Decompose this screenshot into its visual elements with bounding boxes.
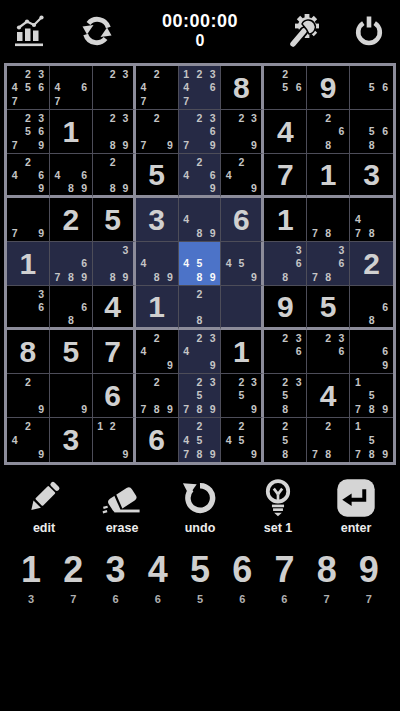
pencil-marks: 236: [308, 331, 348, 372]
digit-label: 7: [274, 551, 294, 589]
cell-value: 1: [307, 154, 349, 195]
pencil-icon: [21, 476, 67, 520]
pencil-marks: 289: [94, 155, 132, 194]
pencil-marks: 568: [351, 111, 392, 152]
cell-r4c1[interactable]: 79: [7, 198, 50, 242]
pencil-marks: 2469: [180, 155, 220, 194]
timer: 00:00:00: [145, 11, 255, 32]
cell-r7c6[interactable]: 1: [221, 330, 264, 374]
pencil-marks: 6789: [51, 243, 91, 284]
cell-r7c9[interactable]: 69: [350, 330, 393, 374]
refresh-button[interactable]: [79, 11, 115, 51]
cell-r5c8[interactable]: 3678: [307, 242, 350, 286]
cell-r2c5[interactable]: 23679: [179, 110, 222, 154]
cell-value: 9: [307, 66, 349, 109]
pencil-marks: 256: [265, 67, 305, 108]
cell-r5c6[interactable]: 459: [221, 242, 264, 286]
cell-value: 6: [93, 374, 133, 417]
cell-value: 1: [221, 330, 261, 373]
cell-r3c2[interactable]: 4689: [50, 154, 93, 198]
cell-r3c6[interactable]: 249: [221, 154, 264, 198]
cell-r6c3[interactable]: 4: [93, 286, 136, 330]
pencil-marks: 3678: [308, 243, 348, 284]
cell-r9c2[interactable]: 3: [50, 418, 93, 462]
cell-value: 3: [350, 154, 393, 195]
cell-r1c8[interactable]: 9: [307, 66, 350, 110]
cell-r1c2[interactable]: 467: [50, 66, 93, 110]
pencil-marks: 268: [308, 111, 348, 152]
cell-r6c2[interactable]: 68: [50, 286, 93, 330]
cell-r5c3[interactable]: 389: [93, 242, 136, 286]
edit-label: edit: [33, 521, 55, 535]
pencil-marks: 129: [94, 419, 132, 461]
remaining-count: 6: [281, 593, 287, 605]
cell-value: 4: [264, 110, 306, 153]
cell-value: 4: [93, 286, 133, 327]
edit-button[interactable]: edit: [10, 476, 78, 535]
cell-r9c7[interactable]: 258: [264, 418, 307, 462]
stats-button[interactable]: [13, 11, 49, 51]
pencil-marks: 2789: [137, 375, 177, 416]
cell-value: 2: [50, 198, 92, 241]
cell-r3c9[interactable]: 3: [350, 154, 393, 198]
cell-r3c8[interactable]: 1: [307, 154, 350, 198]
cell-value: 4: [307, 374, 349, 417]
cell-r7c7[interactable]: 236: [264, 330, 307, 374]
digit-button-3[interactable]: 36: [94, 551, 136, 605]
remaining-count: 7: [70, 593, 76, 605]
pencil-marks: 459: [222, 243, 260, 284]
pencil-marks: 23: [94, 67, 132, 108]
pencil-marks: 279: [137, 111, 177, 152]
cell-r1c9[interactable]: 56: [350, 66, 393, 110]
cell-r7c3[interactable]: 7: [93, 330, 136, 374]
pencil-marks: 258: [265, 419, 305, 461]
erase-label: erase: [106, 521, 139, 535]
cell-value: 1: [264, 198, 306, 241]
cell-r2c1[interactable]: 235679: [7, 110, 50, 154]
cell-value: 5: [136, 154, 178, 195]
cell-r5c5[interactable]: 4589: [179, 242, 222, 286]
pencil-marks: 235679: [8, 111, 48, 152]
cell-r4c7[interactable]: 1: [264, 198, 307, 242]
cell-r2c4[interactable]: 279: [136, 110, 179, 154]
undo-button[interactable]: undo: [166, 476, 234, 535]
pencil-marks: 478: [351, 199, 392, 240]
sudoku-board: 2345674672324712346782569562356791238927…: [4, 63, 396, 465]
timer-block: 00:00:00 0: [145, 11, 255, 50]
cell-r4c9[interactable]: 478: [350, 198, 393, 242]
cell-value: 5: [93, 198, 133, 241]
cell-r1c6[interactable]: 8: [221, 66, 264, 110]
cell-value: 6: [221, 198, 261, 241]
cell-r7c5[interactable]: 2349: [179, 330, 222, 374]
cell-r4c5[interactable]: 489: [179, 198, 222, 242]
cell-r8c2[interactable]: 9: [50, 374, 93, 418]
pencil-marks: 234567: [8, 67, 48, 108]
cell-r8c8[interactable]: 4: [307, 374, 350, 418]
enter-button[interactable]: enter: [322, 476, 390, 535]
top-bar: 00:00:00 0: [0, 0, 400, 62]
remaining-count: 3: [28, 593, 34, 605]
remaining-count: 5: [197, 593, 203, 605]
cell-r6c9[interactable]: 68: [350, 286, 393, 330]
pencil-marks: 79: [8, 199, 48, 240]
cell-value: 5: [50, 330, 92, 373]
cell-value: 1: [7, 242, 49, 285]
pencil-marks: 247: [137, 67, 177, 108]
pencil-marks: 78: [308, 199, 348, 240]
cell-r7c4[interactable]: 249: [136, 330, 179, 374]
cell-value: 5: [307, 286, 349, 327]
cell-r8c7[interactable]: 2358: [264, 374, 307, 418]
cell-value: 1: [136, 286, 178, 327]
digit-button-1[interactable]: 13: [10, 551, 52, 605]
cell-value: 7: [264, 154, 306, 195]
pencil-marks: 4689: [51, 155, 91, 194]
cell-value: 1: [50, 110, 92, 153]
cell-value: 7: [93, 330, 133, 373]
remaining-count: 6: [239, 593, 245, 605]
digit-button-2[interactable]: 27: [52, 551, 94, 605]
cell-r3c5[interactable]: 2469: [179, 154, 222, 198]
cell-r9c6[interactable]: 2459: [221, 418, 264, 462]
cell-r2c7[interactable]: 4: [264, 110, 307, 154]
power-button[interactable]: [351, 11, 387, 51]
pencil-marks: 36: [8, 287, 48, 326]
settings-button[interactable]: [285, 11, 321, 51]
cell-r2c8[interactable]: 268: [307, 110, 350, 154]
pencil-marks: 489: [180, 199, 220, 240]
cell-value: 8: [221, 66, 261, 109]
cell-r8c4[interactable]: 2789: [136, 374, 179, 418]
digit-label: 5: [190, 551, 210, 589]
cell-r3c3[interactable]: 289: [93, 154, 136, 198]
cell-value: 2: [350, 242, 393, 285]
digit-button-7[interactable]: 76: [263, 551, 305, 605]
pencil-marks: 15789: [351, 419, 392, 461]
cell-r5c1[interactable]: 1: [7, 242, 50, 286]
cell-value: 3: [136, 198, 178, 241]
pencil-marks: 15789: [351, 375, 392, 416]
cell-r1c7[interactable]: 256: [264, 66, 307, 110]
cell-r3c4[interactable]: 5: [136, 154, 179, 198]
hint-button[interactable]: set 1: [244, 476, 312, 535]
pencil-marks: 2349: [180, 331, 220, 372]
pencil-marks: 29: [8, 375, 48, 416]
pencil-marks: 2389: [94, 111, 132, 152]
cell-r2c6[interactable]: 239: [221, 110, 264, 154]
cell-r9c3[interactable]: 129: [93, 418, 136, 462]
pencil-marks: 4589: [180, 243, 220, 284]
cell-r8c6[interactable]: 2359: [221, 374, 264, 418]
cell-r4c3[interactable]: 5: [93, 198, 136, 242]
cell-r4c4[interactable]: 3: [136, 198, 179, 242]
cell-value: 9: [264, 286, 306, 327]
pencil-marks: 389: [94, 243, 132, 284]
cell-r1c1[interactable]: 234567: [7, 66, 50, 110]
cell-r9c4[interactable]: 6: [136, 418, 179, 462]
pencil-marks: 236: [265, 331, 305, 372]
pencil-marks: 278: [308, 419, 348, 461]
cell-r6c1[interactable]: 36: [7, 286, 50, 330]
digit-label: 3: [106, 551, 126, 589]
cell-r8c9[interactable]: 15789: [350, 374, 393, 418]
cell-r2c3[interactable]: 2389: [93, 110, 136, 154]
move-counter: 0: [145, 32, 255, 50]
digit-button-4[interactable]: 46: [137, 551, 179, 605]
pencil-marks: 235789: [180, 375, 220, 416]
remaining-count: 7: [366, 593, 372, 605]
pencil-marks: 23679: [180, 111, 220, 152]
refresh-icon: [79, 13, 115, 49]
pencil-marks: 2358: [265, 375, 305, 416]
cell-r7c2[interactable]: 5: [50, 330, 93, 374]
pencil-marks: 2459: [222, 419, 260, 461]
cell-r3c1[interactable]: 2469: [7, 154, 50, 198]
sudoku-app: 00:00:00 0: [0, 0, 400, 711]
lightbulb-icon: [255, 476, 301, 520]
cell-value: 6: [136, 418, 178, 462]
cell-r6c4[interactable]: 1: [136, 286, 179, 330]
cell-r6c8[interactable]: 5: [307, 286, 350, 330]
cell-r4c8[interactable]: 78: [307, 198, 350, 242]
undo-icon: [177, 476, 223, 520]
pencil-marks: 2359: [222, 375, 260, 416]
cell-r2c2[interactable]: 1: [50, 110, 93, 154]
digit-label: 8: [317, 551, 337, 589]
pencil-marks: 245789: [180, 419, 220, 461]
eraser-icon: [99, 476, 145, 520]
remaining-count: 7: [324, 593, 330, 605]
cell-r1c3[interactable]: 23: [93, 66, 136, 110]
digit-button-8[interactable]: 87: [306, 551, 348, 605]
pencil-marks: 28: [180, 287, 220, 326]
digit-label: 6: [232, 551, 252, 589]
cell-r2c9[interactable]: 568: [350, 110, 393, 154]
digit-label: 9: [359, 551, 379, 589]
remaining-count: 6: [112, 593, 118, 605]
cell-r7c8[interactable]: 236: [307, 330, 350, 374]
pencil-marks: 68: [351, 287, 392, 326]
remaining-count: 6: [155, 593, 161, 605]
digit-label: 4: [148, 551, 168, 589]
digit-button-5[interactable]: 55: [179, 551, 221, 605]
number-pad: 132736465566768797: [0, 551, 400, 605]
toolbar: edit erase undo: [0, 476, 400, 535]
cell-r7c1[interactable]: 8: [7, 330, 50, 374]
pencil-marks: 249: [137, 331, 177, 372]
digit-button-6[interactable]: 66: [221, 551, 263, 605]
pencil-marks: 69: [351, 331, 392, 372]
cell-r5c7[interactable]: 368: [264, 242, 307, 286]
cell-r9c8[interactable]: 278: [307, 418, 350, 462]
cell-r6c6[interactable]: [221, 286, 264, 330]
cell-r5c9[interactable]: 2: [350, 242, 393, 286]
digit-label: 2: [63, 551, 83, 589]
digit-button-9[interactable]: 97: [348, 551, 390, 605]
pencil-marks: 68: [51, 287, 91, 326]
cell-r8c3[interactable]: 6: [93, 374, 136, 418]
pencil-marks: 249: [222, 155, 260, 194]
cell-r5c2[interactable]: 6789: [50, 242, 93, 286]
cell-r3c7[interactable]: 7: [264, 154, 307, 198]
cell-r6c5[interactable]: 28: [179, 286, 222, 330]
cell-r1c4[interactable]: 247: [136, 66, 179, 110]
pencil-marks: 123467: [180, 67, 220, 108]
cell-r8c1[interactable]: 29: [7, 374, 50, 418]
cell-r9c5[interactable]: 245789: [179, 418, 222, 462]
pencil-marks: 467: [51, 67, 91, 108]
pencil-marks: 56: [351, 67, 392, 108]
pencil-marks: 368: [265, 243, 305, 284]
cell-r4c2[interactable]: 2: [50, 198, 93, 242]
pencil-marks: 489: [137, 243, 177, 284]
pencil-marks: 2469: [8, 155, 48, 194]
undo-label: undo: [185, 521, 216, 535]
digit-label: 1: [21, 551, 41, 589]
pencil-marks: 9: [51, 375, 91, 416]
cell-r6c7[interactable]: 9: [264, 286, 307, 330]
enter-icon: [333, 476, 379, 520]
cell-r8c5[interactable]: 235789: [179, 374, 222, 418]
settings-icon: [285, 13, 321, 49]
cell-r5c4[interactable]: 489: [136, 242, 179, 286]
power-icon: [351, 13, 387, 49]
cell-r1c5[interactable]: 123467: [179, 66, 222, 110]
hint-label: set 1: [264, 521, 293, 535]
cell-value: 3: [50, 418, 92, 462]
enter-label: enter: [341, 521, 372, 535]
pencil-marks: 239: [222, 111, 260, 152]
stats-icon: [13, 13, 49, 49]
cell-value: 8: [7, 330, 49, 373]
pencil-marks: 249: [8, 419, 48, 461]
cell-r4c6[interactable]: 6: [221, 198, 264, 242]
cell-r9c1[interactable]: 249: [7, 418, 50, 462]
cell-r9c9[interactable]: 15789: [350, 418, 393, 462]
erase-button[interactable]: erase: [88, 476, 156, 535]
